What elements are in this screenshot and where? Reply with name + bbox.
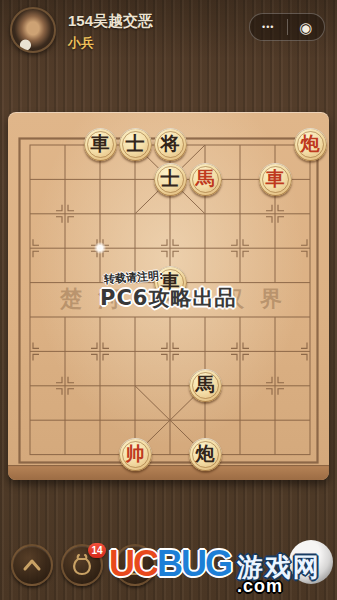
expand-button[interactable] <box>11 544 53 586</box>
avatar <box>10 7 56 53</box>
piece-red-帅[interactable]: 帅 <box>119 438 152 471</box>
ucbug-ball-icon <box>289 540 333 584</box>
piece-black-士[interactable]: 士 <box>154 163 187 196</box>
more-dots-icon: ••• <box>262 22 274 32</box>
header-bar: 154吴越交恶 小兵 ••• ◉ <box>0 0 337 60</box>
scroll-icon <box>121 551 149 579</box>
piece-black-将[interactable]: 将 <box>154 128 187 161</box>
close-circle-icon: ◉ <box>299 19 312 36</box>
piece-red-馬[interactable]: 馬 <box>189 163 222 196</box>
level-title: 154吴越交恶 <box>68 12 153 31</box>
piece-black-車[interactable]: 車 <box>84 128 117 161</box>
bag-badge: 14 <box>88 543 106 558</box>
wechat-capsule: ••• ◉ <box>249 13 325 41</box>
level-rank: 小兵 <box>68 35 153 51</box>
more-button[interactable]: ••• <box>250 22 287 32</box>
title-block: 154吴越交恶 小兵 <box>68 12 153 51</box>
close-button[interactable]: ◉ <box>288 20 325 35</box>
pieces-layer: 車士将炮士馬車車馬帅炮 <box>13 128 328 472</box>
bag-button[interactable]: 14 <box>61 544 103 586</box>
piece-black-士[interactable]: 士 <box>119 128 152 161</box>
bottom-bar: 14 UCBUG 游戏网 .com <box>0 538 337 600</box>
piece-black-馬[interactable]: 馬 <box>189 369 222 402</box>
hint-button[interactable] <box>114 544 156 586</box>
piece-black-車[interactable]: 車 <box>154 266 187 299</box>
piece-red-炮[interactable]: 炮 <box>294 128 327 161</box>
ucbug-domain-text: .com <box>237 576 283 597</box>
ucbug-site-text: 游戏网 <box>237 550 321 585</box>
chevron-up-icon <box>18 551 46 579</box>
xiangqi-board: 楚河 汉界 車士将炮士馬車車馬帅炮 转载请注明: PC6攻略出品 <box>8 112 329 480</box>
piece-black-炮[interactable]: 炮 <box>189 438 222 471</box>
app-screen: 154吴越交恶 小兵 ••• ◉ 楚河 汉界 車士将炮士馬車車馬帅炮 <box>0 0 337 600</box>
piece-red-車[interactable]: 車 <box>259 163 292 196</box>
